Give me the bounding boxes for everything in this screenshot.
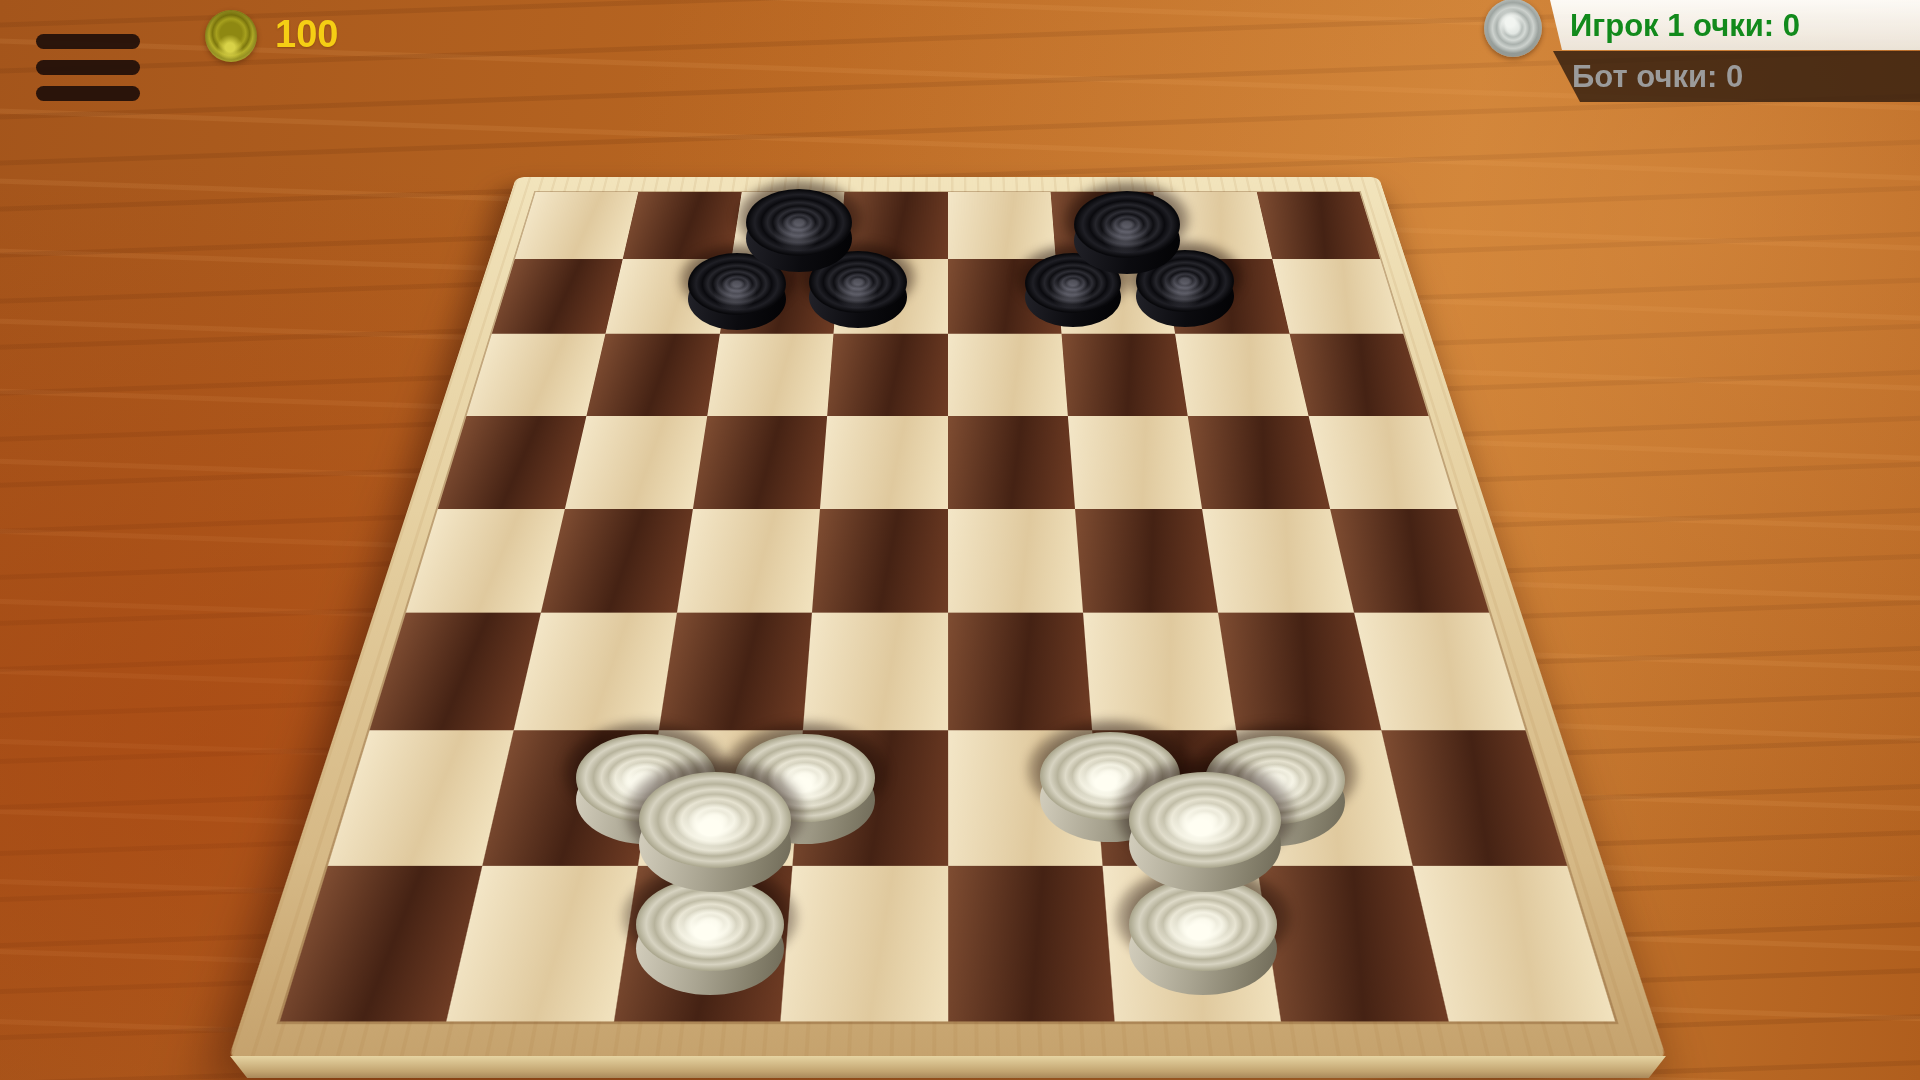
player-score-strip: Игрок 1 очки: 0 [1540,0,1920,50]
menu-button[interactable] [36,34,140,112]
bot-score-strip: Бот очки: 0 [1540,51,1920,102]
player-score-text: Игрок 1 очки: 0 [1570,0,1920,50]
coin-count: 100 [275,6,338,60]
hamburger-menu-icon [36,34,140,49]
white-checker-icon [1484,0,1542,57]
bot-score-text: Бот очки: 0 [1572,51,1920,102]
gold-coin-checker-icon [205,10,257,62]
hamburger-menu-icon [36,60,140,75]
hamburger-menu-icon [36,86,140,101]
game-screen: 100 Игрок 1 очки: 0 Бот очки: 0 [0,0,1920,1080]
hud: 100 Игрок 1 очки: 0 Бот очки: 0 [0,0,1920,1080]
